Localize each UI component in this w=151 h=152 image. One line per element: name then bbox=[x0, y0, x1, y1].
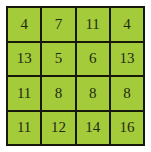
grid-cell-r3c3: 8 bbox=[77, 77, 109, 110]
grid-cell-r2c4: 13 bbox=[111, 43, 143, 76]
number-grid: 471141356131188811121416 bbox=[6, 6, 145, 146]
grid-cell-r4c4: 16 bbox=[111, 112, 143, 145]
grid-cell-r1c4: 4 bbox=[111, 8, 143, 41]
grid-cell-r1c3: 11 bbox=[77, 8, 109, 41]
grid-cell-r3c4: 8 bbox=[111, 77, 143, 110]
grid-cell-r4c1: 11 bbox=[8, 112, 40, 145]
grid-cell-r4c3: 14 bbox=[77, 112, 109, 145]
grid-cell-r4c2: 12 bbox=[42, 112, 74, 145]
grid-cell-r1c1: 4 bbox=[8, 8, 40, 41]
grid-cell-r2c1: 13 bbox=[8, 43, 40, 76]
grid-cell-r3c1: 11 bbox=[8, 77, 40, 110]
grid-cell-r1c2: 7 bbox=[42, 8, 74, 41]
grid-cell-r2c2: 5 bbox=[42, 43, 74, 76]
puzzle-stage: 471141356131188811121416 bbox=[0, 0, 151, 152]
grid-cell-r3c2: 8 bbox=[42, 77, 74, 110]
grid-cell-r2c3: 6 bbox=[77, 43, 109, 76]
